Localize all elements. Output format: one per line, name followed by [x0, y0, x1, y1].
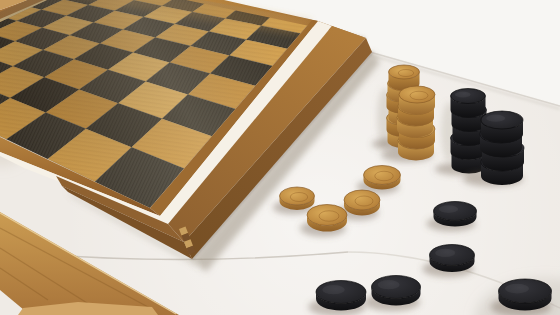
checkers-set-photo	[0, 0, 560, 315]
scene	[0, 0, 560, 315]
